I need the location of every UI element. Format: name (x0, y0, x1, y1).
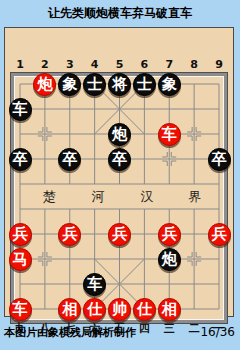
file-label-top-6: 6 (141, 58, 149, 71)
point-3-9[interactable] (57, 272, 82, 297)
piece-red-advisor[interactable]: 仕 (83, 298, 106, 321)
point-7-10[interactable]: 相 (157, 297, 182, 322)
page-counter: 16/36 (200, 325, 235, 339)
point-7-9[interactable] (157, 272, 182, 297)
point-9-3[interactable] (207, 122, 232, 147)
point-9-10[interactable] (207, 297, 232, 322)
point-2-5[interactable] (32, 172, 57, 197)
piece-red-elephant[interactable]: 相 (58, 298, 81, 321)
xiangqi-app: 让先类顺炮横车弃马破直车 123456789 九八七六五四三二一 楚河汉界 炮象… (0, 0, 240, 350)
piece-black-elephant[interactable]: 象 (158, 73, 181, 96)
point-5-10[interactable]: 帅 (107, 297, 132, 322)
point-8-7[interactable] (182, 222, 207, 247)
point-1-3[interactable] (8, 122, 33, 147)
point-5-1[interactable]: 将 (107, 72, 132, 97)
point-5-3[interactable]: 炮 (107, 122, 132, 147)
board: 炮象士将士象车炮车卒卒卒卒兵兵兵兵兵马炮车车相仕帅仕相 (8, 72, 232, 322)
point-8-9[interactable] (182, 272, 207, 297)
point-8-1[interactable] (182, 72, 207, 97)
point-7-8[interactable]: 炮 (157, 247, 182, 272)
file-label-top-4: 4 (91, 58, 99, 71)
point-1-9[interactable] (8, 272, 33, 297)
footer-bar: 本图片由象棋残局解析制作 16/36 (0, 319, 240, 350)
point-1-1[interactable] (8, 72, 33, 97)
point-5-2[interactable] (107, 97, 132, 122)
point-6-6[interactable] (132, 197, 157, 222)
file-label-top-2: 2 (41, 58, 49, 71)
point-3-1[interactable]: 象 (57, 72, 82, 97)
piece-red-soldier[interactable]: 兵 (9, 223, 32, 246)
piece-red-soldier[interactable]: 兵 (108, 223, 131, 246)
piece-black-soldier[interactable]: 卒 (108, 148, 131, 171)
piece-red-elephant[interactable]: 相 (158, 298, 181, 321)
point-9-2[interactable] (207, 97, 232, 122)
file-label-top-7: 7 (165, 58, 173, 71)
point-9-7[interactable]: 兵 (207, 222, 232, 247)
point-3-7[interactable]: 兵 (57, 222, 82, 247)
piece-red-general[interactable]: 帅 (108, 298, 131, 321)
piece-black-soldier[interactable]: 卒 (9, 148, 32, 171)
point-3-2[interactable] (57, 97, 82, 122)
point-1-10[interactable]: 车 (8, 297, 33, 322)
point-1-4[interactable]: 卒 (8, 147, 33, 172)
piece-black-elephant[interactable]: 象 (58, 73, 81, 96)
point-6-8[interactable] (132, 247, 157, 272)
piece-black-cannon[interactable]: 炮 (158, 248, 181, 271)
point-6-5[interactable] (132, 172, 157, 197)
piece-red-advisor[interactable]: 仕 (133, 298, 156, 321)
point-2-7[interactable] (32, 222, 57, 247)
point-3-4[interactable]: 卒 (57, 147, 82, 172)
piece-red-soldier[interactable]: 兵 (158, 223, 181, 246)
piece-red-soldier[interactable]: 兵 (208, 223, 231, 246)
point-2-9[interactable] (32, 272, 57, 297)
piece-black-cannon[interactable]: 炮 (108, 123, 131, 146)
point-1-8[interactable]: 马 (8, 247, 33, 272)
point-4-2[interactable] (82, 97, 107, 122)
point-5-6[interactable] (107, 197, 132, 222)
piece-black-general[interactable]: 将 (108, 73, 131, 96)
point-9-4[interactable]: 卒 (207, 147, 232, 172)
piece-black-soldier[interactable]: 卒 (58, 148, 81, 171)
point-5-5[interactable] (107, 172, 132, 197)
point-2-2[interactable] (32, 97, 57, 122)
file-label-top-8: 8 (190, 58, 198, 71)
point-8-10[interactable] (182, 297, 207, 322)
point-7-1[interactable]: 象 (157, 72, 182, 97)
credit-text: 本图片由象棋残局解析制作 (4, 325, 136, 340)
point-6-2[interactable] (132, 97, 157, 122)
point-2-3[interactable] (32, 122, 57, 147)
point-9-9[interactable] (207, 272, 232, 297)
point-6-1[interactable]: 士 (132, 72, 157, 97)
point-6-3[interactable] (132, 122, 157, 147)
point-4-9[interactable]: 车 (82, 272, 107, 297)
point-9-8[interactable] (207, 247, 232, 272)
point-8-2[interactable] (182, 97, 207, 122)
point-1-5[interactable] (8, 172, 33, 197)
point-2-4[interactable] (32, 147, 57, 172)
point-6-10[interactable]: 仕 (132, 297, 157, 322)
point-4-1[interactable]: 士 (82, 72, 107, 97)
point-8-5[interactable] (182, 172, 207, 197)
point-7-2[interactable] (157, 97, 182, 122)
point-5-7[interactable]: 兵 (107, 222, 132, 247)
point-4-8[interactable] (82, 247, 107, 272)
point-4-10[interactable]: 仕 (82, 297, 107, 322)
point-4-4[interactable] (82, 147, 107, 172)
point-4-7[interactable] (82, 222, 107, 247)
point-4-5[interactable] (82, 172, 107, 197)
point-9-1[interactable] (207, 72, 232, 97)
point-1-7[interactable]: 兵 (8, 222, 33, 247)
point-3-5[interactable] (57, 172, 82, 197)
piece-red-cannon[interactable]: 炮 (33, 73, 56, 96)
file-label-top-5: 5 (116, 58, 124, 71)
point-6-7[interactable] (132, 222, 157, 247)
page-title: 让先类顺炮横车弃马破直车 (48, 5, 192, 22)
piece-black-advisor[interactable]: 士 (133, 73, 156, 96)
point-3-10[interactable]: 相 (57, 297, 82, 322)
point-1-6[interactable] (8, 197, 33, 222)
point-2-8[interactable] (32, 247, 57, 272)
file-label-top-9: 9 (215, 58, 223, 71)
point-7-3[interactable]: 车 (157, 122, 182, 147)
title-bar: 让先类顺炮横车弃马破直车 (0, 0, 240, 27)
point-6-4[interactable] (132, 147, 157, 172)
point-7-5[interactable] (157, 172, 182, 197)
point-4-3[interactable] (82, 122, 107, 147)
file-label-top-1: 1 (16, 58, 24, 71)
board-panel: 123456789 九八七六五四三二一 楚河汉界 炮象士将士象车炮车卒卒卒卒兵兵… (4, 27, 234, 317)
point-6-9[interactable] (132, 272, 157, 297)
point-5-8[interactable] (107, 247, 132, 272)
piece-black-chariot[interactable]: 车 (83, 273, 106, 296)
point-7-6[interactable] (157, 197, 182, 222)
point-8-3[interactable] (182, 122, 207, 147)
point-7-4[interactable] (157, 147, 182, 172)
point-8-8[interactable] (182, 247, 207, 272)
board-field: 123456789 九八七六五四三二一 楚河汉界 炮象士将士象车炮车卒卒卒卒兵兵… (14, 76, 224, 320)
point-1-2[interactable]: 车 (8, 97, 33, 122)
point-9-5[interactable] (207, 172, 232, 197)
point-3-8[interactable] (57, 247, 82, 272)
point-2-10[interactable] (32, 297, 57, 322)
piece-red-chariot[interactable]: 车 (9, 298, 32, 321)
point-9-6[interactable] (207, 197, 232, 222)
point-5-4[interactable]: 卒 (107, 147, 132, 172)
piece-black-advisor[interactable]: 士 (83, 73, 106, 96)
point-2-6[interactable] (32, 197, 57, 222)
piece-red-horse[interactable]: 马 (9, 248, 32, 271)
file-label-top-3: 3 (66, 58, 74, 71)
point-8-4[interactable] (182, 147, 207, 172)
piece-black-soldier[interactable]: 卒 (208, 148, 231, 171)
point-3-6[interactable] (57, 197, 82, 222)
point-7-7[interactable]: 兵 (157, 222, 182, 247)
piece-red-chariot[interactable]: 车 (158, 123, 181, 146)
point-2-1[interactable]: 炮 (32, 72, 57, 97)
point-4-6[interactable] (82, 197, 107, 222)
piece-black-chariot[interactable]: 车 (9, 98, 32, 121)
point-8-6[interactable] (182, 197, 207, 222)
piece-red-soldier[interactable]: 兵 (58, 223, 81, 246)
point-5-9[interactable] (107, 272, 132, 297)
point-3-3[interactable] (57, 122, 82, 147)
